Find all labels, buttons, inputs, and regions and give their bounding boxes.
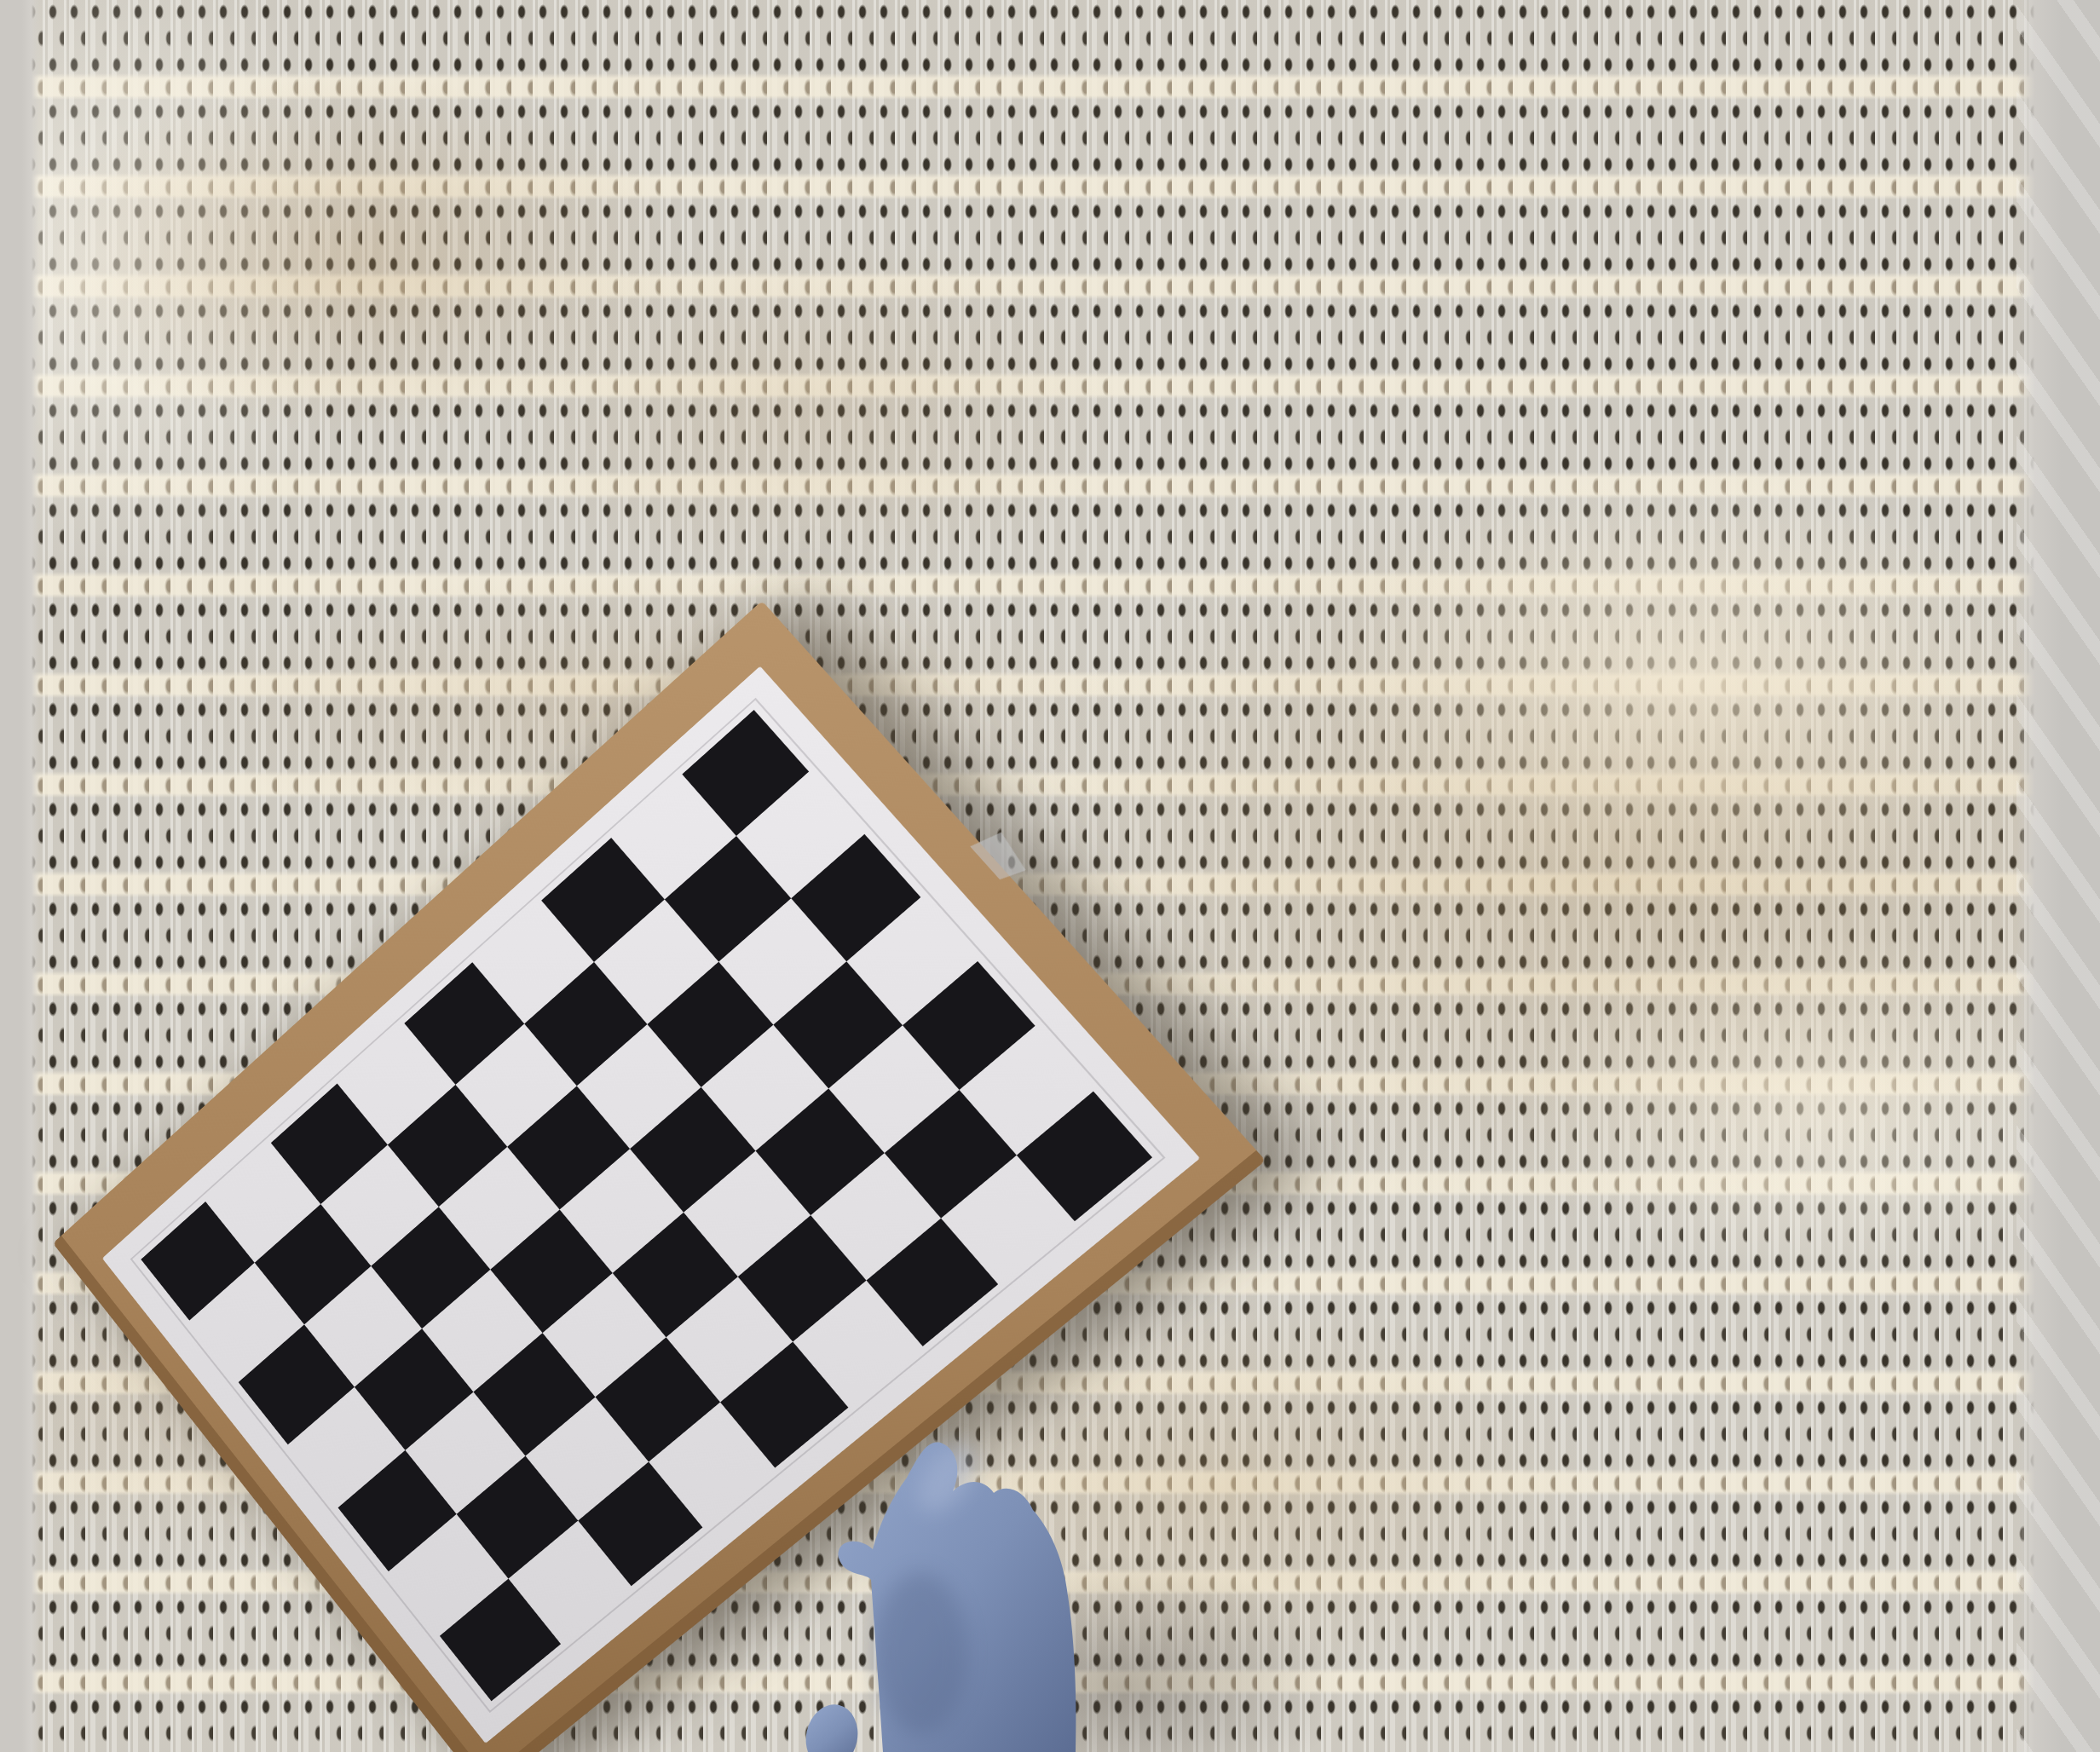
glove-thumb-tip	[800, 1700, 863, 1752]
nitrile-glove	[793, 1398, 1151, 1752]
belt-right-edge-band	[2016, 0, 2100, 1752]
belt-left-edge-band	[0, 0, 39, 1752]
glove-palm-shading	[874, 1572, 967, 1734]
calibration-photo	[0, 0, 2100, 1752]
